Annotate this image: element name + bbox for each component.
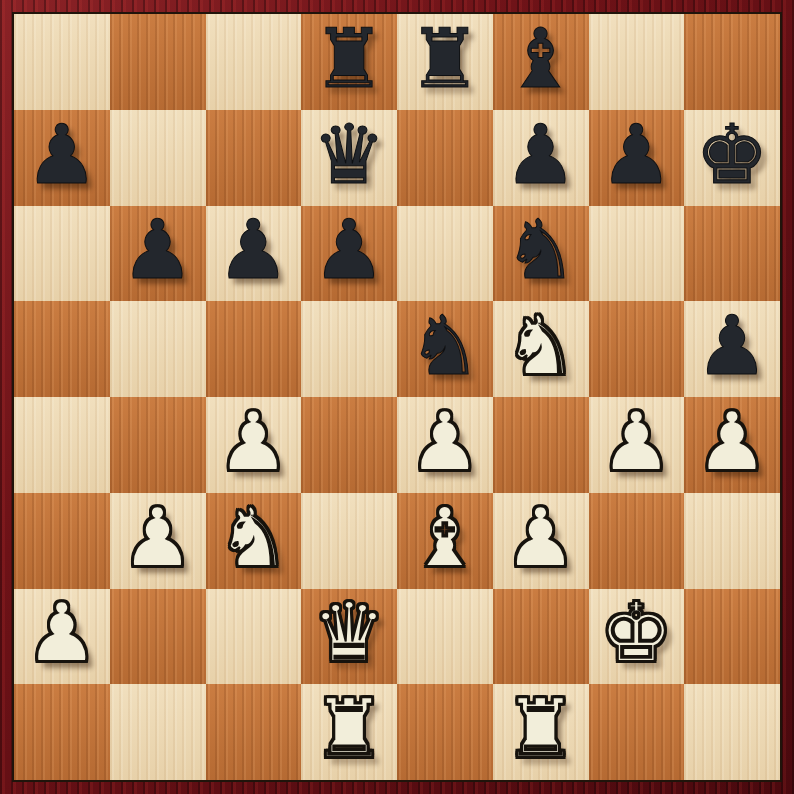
square-e8[interactable]: ♜ (397, 14, 493, 110)
piece-black-pawn[interactable]: ♟ (121, 209, 195, 291)
piece-white-bishop[interactable]: ♝ (408, 497, 482, 579)
square-d3[interactable] (301, 493, 397, 589)
piece-white-rook[interactable]: ♜ (312, 688, 386, 770)
square-h6[interactable] (684, 206, 780, 302)
square-a6[interactable] (14, 206, 110, 302)
square-d8[interactable]: ♜ (301, 14, 397, 110)
square-h7[interactable]: ♚ (684, 110, 780, 206)
square-e6[interactable] (397, 206, 493, 302)
square-c5[interactable] (206, 301, 302, 397)
square-c8[interactable] (206, 14, 302, 110)
square-g6[interactable] (589, 206, 685, 302)
square-a4[interactable] (14, 397, 110, 493)
piece-white-pawn[interactable]: ♟ (600, 401, 674, 483)
square-h3[interactable] (684, 493, 780, 589)
square-c1[interactable] (206, 684, 302, 780)
square-g8[interactable] (589, 14, 685, 110)
square-d1[interactable]: ♜ (301, 684, 397, 780)
square-f7[interactable]: ♟ (493, 110, 589, 206)
piece-black-pawn[interactable]: ♟ (25, 114, 99, 196)
square-a5[interactable] (14, 301, 110, 397)
square-c3[interactable]: ♞ (206, 493, 302, 589)
square-h8[interactable] (684, 14, 780, 110)
square-d7[interactable]: ♛ (301, 110, 397, 206)
square-f1[interactable]: ♜ (493, 684, 589, 780)
square-e7[interactable] (397, 110, 493, 206)
square-b2[interactable] (110, 589, 206, 685)
piece-white-pawn[interactable]: ♟ (121, 497, 195, 579)
square-b7[interactable] (110, 110, 206, 206)
square-d4[interactable] (301, 397, 397, 493)
square-h4[interactable]: ♟ (684, 397, 780, 493)
piece-white-pawn[interactable]: ♟ (217, 401, 291, 483)
square-f8[interactable]: ♝ (493, 14, 589, 110)
square-d5[interactable] (301, 301, 397, 397)
chess-board: ♜♜♝♟♛♟♟♚♟♟♟♞♞♞♟♟♟♟♟♟♞♝♟♟♛♚♜♜ (12, 12, 782, 782)
square-h1[interactable] (684, 684, 780, 780)
piece-white-pawn[interactable]: ♟ (695, 401, 769, 483)
square-c2[interactable] (206, 589, 302, 685)
piece-white-knight[interactable]: ♞ (504, 305, 578, 387)
square-c6[interactable]: ♟ (206, 206, 302, 302)
piece-black-pawn[interactable]: ♟ (312, 209, 386, 291)
square-b4[interactable] (110, 397, 206, 493)
piece-black-knight[interactable]: ♞ (408, 305, 482, 387)
piece-black-pawn[interactable]: ♟ (600, 114, 674, 196)
square-e1[interactable] (397, 684, 493, 780)
piece-black-pawn[interactable]: ♟ (504, 114, 578, 196)
square-b3[interactable]: ♟ (110, 493, 206, 589)
piece-white-rook[interactable]: ♜ (504, 688, 578, 770)
piece-white-pawn[interactable]: ♟ (504, 497, 578, 579)
piece-white-king[interactable]: ♚ (600, 592, 674, 674)
piece-black-bishop[interactable]: ♝ (504, 18, 578, 100)
square-h2[interactable] (684, 589, 780, 685)
square-g2[interactable]: ♚ (589, 589, 685, 685)
piece-white-queen[interactable]: ♛ (312, 592, 386, 674)
square-h5[interactable]: ♟ (684, 301, 780, 397)
piece-black-pawn[interactable]: ♟ (695, 305, 769, 387)
square-g3[interactable] (589, 493, 685, 589)
square-e5[interactable]: ♞ (397, 301, 493, 397)
square-a1[interactable] (14, 684, 110, 780)
square-e4[interactable]: ♟ (397, 397, 493, 493)
square-a7[interactable]: ♟ (14, 110, 110, 206)
square-g5[interactable] (589, 301, 685, 397)
square-f2[interactable] (493, 589, 589, 685)
piece-black-queen[interactable]: ♛ (312, 114, 386, 196)
square-b5[interactable] (110, 301, 206, 397)
square-b8[interactable] (110, 14, 206, 110)
square-a8[interactable] (14, 14, 110, 110)
piece-black-rook[interactable]: ♜ (408, 18, 482, 100)
square-f4[interactable] (493, 397, 589, 493)
piece-white-knight[interactable]: ♞ (217, 497, 291, 579)
square-e2[interactable] (397, 589, 493, 685)
piece-black-rook[interactable]: ♜ (312, 18, 386, 100)
square-g7[interactable]: ♟ (589, 110, 685, 206)
square-e3[interactable]: ♝ (397, 493, 493, 589)
square-a2[interactable]: ♟ (14, 589, 110, 685)
piece-black-knight[interactable]: ♞ (504, 209, 578, 291)
square-f3[interactable]: ♟ (493, 493, 589, 589)
square-f5[interactable]: ♞ (493, 301, 589, 397)
piece-white-pawn[interactable]: ♟ (408, 401, 482, 483)
square-c4[interactable]: ♟ (206, 397, 302, 493)
square-g1[interactable] (589, 684, 685, 780)
piece-black-king[interactable]: ♚ (695, 114, 769, 196)
piece-black-pawn[interactable]: ♟ (217, 209, 291, 291)
square-f6[interactable]: ♞ (493, 206, 589, 302)
square-d6[interactable]: ♟ (301, 206, 397, 302)
square-d2[interactable]: ♛ (301, 589, 397, 685)
square-g4[interactable]: ♟ (589, 397, 685, 493)
piece-white-pawn[interactable]: ♟ (25, 592, 99, 674)
board-frame: ♜♜♝♟♛♟♟♚♟♟♟♞♞♞♟♟♟♟♟♟♞♝♟♟♛♚♜♜ (0, 0, 794, 794)
square-b6[interactable]: ♟ (110, 206, 206, 302)
square-b1[interactable] (110, 684, 206, 780)
square-c7[interactable] (206, 110, 302, 206)
square-a3[interactable] (14, 493, 110, 589)
